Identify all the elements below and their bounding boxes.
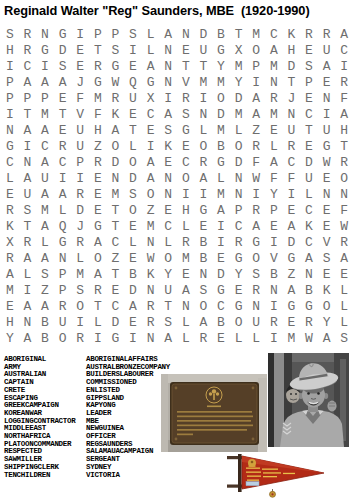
grid-cell-r12c8: O <box>124 202 142 218</box>
grid-cell-r17c16: N <box>265 282 283 298</box>
grid-cell-r20c4: O <box>54 330 72 346</box>
grid-cell-r6c17: N <box>283 106 301 122</box>
grid-cell-r16c18: N <box>300 266 318 282</box>
grid-cell-r13c3: A <box>36 218 54 234</box>
grid-cell-r18c16: I <box>265 298 283 314</box>
grid-cell-r8c12: O <box>195 138 213 154</box>
grid-cell-r15c7: Z <box>107 250 125 266</box>
grid-cell-r12c15: R <box>247 202 265 218</box>
grid-cell-r20c2: A <box>19 330 37 346</box>
grid-cell-r17c15: R <box>247 282 265 298</box>
grid-cell-r15c16: V <box>265 250 283 266</box>
grid-cell-r3c1: I <box>1 58 19 74</box>
grid-cell-r3c20: I <box>335 58 353 74</box>
grid-cell-r14c15: G <box>247 234 265 250</box>
grid-cell-r19c5: I <box>71 314 89 330</box>
grid-cell-r11c8: S <box>124 186 142 202</box>
grid-cell-r10c16: F <box>265 170 283 186</box>
grid-cell-r6c8: E <box>124 106 142 122</box>
grid-cell-r2c10: N <box>159 42 177 58</box>
grid-cell-r7c19: U <box>318 122 336 138</box>
grid-cell-r13c10: C <box>159 218 177 234</box>
grid-cell-r14c12: B <box>195 234 213 250</box>
grid-cell-r14c13: I <box>212 234 230 250</box>
grid-cell-r11c17: I <box>283 186 301 202</box>
grid-cell-r8c16: L <box>265 138 283 154</box>
grid-cell-r4c5: J <box>71 74 89 90</box>
grid-cell-r14c19: V <box>318 234 336 250</box>
grid-cell-r9c10: E <box>159 154 177 170</box>
grid-cell-r19c3: B <box>36 314 54 330</box>
grid-cell-r2c11: E <box>177 42 195 58</box>
grid-cell-r14c4: G <box>54 234 72 250</box>
puzzle-title: Reginald Walter "Reg" Saunders, MBE (192… <box>4 3 310 18</box>
grid-cell-r17c3: Z <box>36 282 54 298</box>
grid-cell-r17c20: L <box>335 282 353 298</box>
stone-wall-left <box>161 374 168 452</box>
grid-cell-r18c10: T <box>159 298 177 314</box>
grid-cell-r10c11: O <box>177 170 195 186</box>
grid-cell-r8c19: G <box>318 138 336 154</box>
military-pennant-photo <box>227 452 330 499</box>
grid-cell-r6c9: C <box>142 106 160 122</box>
grid-cell-r18c11: N <box>177 298 195 314</box>
grid-cell-r9c9: A <box>142 154 160 170</box>
grid-cell-r2c6: T <box>89 42 107 58</box>
grid-cell-r9c8: O <box>124 154 142 170</box>
grid-cell-r15c20: A <box>335 250 353 266</box>
grid-cell-r9c19: W <box>318 154 336 170</box>
grid-cell-r11c1: E <box>1 186 19 202</box>
grid-cell-r2c5: E <box>71 42 89 58</box>
grid-cell-r11c2: U <box>19 186 37 202</box>
reg-saunders-portrait-photo <box>268 353 349 447</box>
grid-cell-r20c15: L <box>247 330 265 346</box>
grid-cell-r9c11: C <box>177 154 195 170</box>
grid-cell-r10c5: I <box>71 170 89 186</box>
grid-cell-r14c14: R <box>230 234 248 250</box>
grid-cell-r19c14: O <box>230 314 248 330</box>
grid-cell-r3c16: M <box>265 58 283 74</box>
grid-cell-r9c17: C <box>283 154 301 170</box>
grid-cell-r11c6: E <box>89 186 107 202</box>
word-list-column-1: ABORIGINALARMYAUSTRALIANCAPTAINCRETEESCA… <box>4 356 75 479</box>
grid-cell-r1c14: T <box>230 26 248 42</box>
grid-cell-r12c3: M <box>36 202 54 218</box>
grid-cell-r1c10: A <box>159 26 177 42</box>
grid-cell-r15c6: O <box>89 250 107 266</box>
grid-cell-r5c1: P <box>1 90 19 106</box>
grid-cell-r10c20: O <box>335 170 353 186</box>
grid-cell-r15c18: A <box>300 250 318 266</box>
grid-cell-r20c13: E <box>212 330 230 346</box>
grid-cell-r11c11: I <box>177 186 195 202</box>
grid-cell-r5c11: R <box>177 90 195 106</box>
grid-cell-r6c12: N <box>195 106 213 122</box>
grid-cell-r14c8: L <box>124 234 142 250</box>
grid-cell-r4c17: T <box>283 74 301 90</box>
grid-cell-r8c3: C <box>36 138 54 154</box>
grid-cell-r9c16: A <box>265 154 283 170</box>
grid-cell-r11c15: I <box>247 186 265 202</box>
grid-cell-r18c9: R <box>142 298 160 314</box>
grid-cell-r5c5: F <box>71 90 89 106</box>
grid-cell-r1c5: I <box>71 26 89 42</box>
grid-cell-r15c2: A <box>19 250 37 266</box>
grid-cell-r1c7: P <box>107 26 125 42</box>
grid-cell-r7c5: U <box>71 122 89 138</box>
grid-cell-r7c15: Z <box>247 122 265 138</box>
grid-cell-r3c9: A <box>142 58 160 74</box>
grid-cell-r11c4: A <box>54 186 72 202</box>
grid-cell-r12c1: R <box>1 202 19 218</box>
grid-cell-r11c12: I <box>195 186 213 202</box>
lintel <box>292 353 334 362</box>
grid-cell-r20c6: I <box>89 330 107 346</box>
grid-cell-r15c8: E <box>124 250 142 266</box>
grid-cell-r3c12: T <box>195 58 213 74</box>
grid-cell-r8c18: E <box>300 138 318 154</box>
grid-cell-r20c8: I <box>124 330 142 346</box>
grid-cell-r13c5: J <box>71 218 89 234</box>
grid-cell-r15c13: E <box>212 250 230 266</box>
grid-cell-r18c14: G <box>230 298 248 314</box>
grid-cell-r2c14: X <box>230 42 248 58</box>
grid-cell-r7c4: E <box>54 122 72 138</box>
grid-cell-r10c8: D <box>124 170 142 186</box>
grid-cell-r14c7: C <box>107 234 125 250</box>
grid-cell-r11c5: R <box>71 186 89 202</box>
grid-cell-r2c19: U <box>318 42 336 58</box>
grid-cell-r17c2: I <box>19 282 37 298</box>
grid-cell-r16c15: S <box>247 266 265 282</box>
grid-cell-r20c1: Y <box>1 330 19 346</box>
grid-cell-r13c13: I <box>212 218 230 234</box>
grid-cell-r20c11: L <box>177 330 195 346</box>
grid-cell-r12c13: A <box>212 202 230 218</box>
grid-cell-r20c3: B <box>36 330 54 346</box>
grid-cell-r1c19: R <box>318 26 336 42</box>
grid-cell-r15c10: O <box>159 250 177 266</box>
grid-cell-r13c17: A <box>283 218 301 234</box>
grid-cell-r16c10: Y <box>159 266 177 282</box>
grid-cell-r5c7: R <box>107 90 125 106</box>
grid-cell-r14c5: R <box>71 234 89 250</box>
pennant-crest-icon <box>248 459 256 467</box>
grid-cell-r15c19: S <box>318 250 336 266</box>
grid-cell-r20c16: I <box>265 330 283 346</box>
grid-cell-r6c3: M <box>36 106 54 122</box>
grid-cell-r18c3: A <box>36 298 54 314</box>
grid-cell-r3c4: S <box>54 58 72 74</box>
grid-cell-r16c12: N <box>195 266 213 282</box>
grid-cell-r14c1: X <box>1 234 19 250</box>
grid-cell-r16c4: P <box>54 266 72 282</box>
grid-cell-r15c11: M <box>177 250 195 266</box>
grid-cell-r7c7: A <box>107 122 125 138</box>
grid-cell-r4c4: A <box>54 74 72 90</box>
grid-cell-r4c3: A <box>36 74 54 90</box>
grid-cell-r1c17: K <box>283 26 301 42</box>
grid-cell-r8c8: L <box>124 138 142 154</box>
grid-cell-r8c10: K <box>159 138 177 154</box>
grid-cell-r1c15: M <box>247 26 265 42</box>
grid-cell-r11c9: O <box>142 186 160 202</box>
grid-cell-r16c20: E <box>335 266 353 282</box>
grid-cell-r4c13: M <box>212 74 230 90</box>
grid-cell-r13c19: E <box>318 218 336 234</box>
grid-cell-r1c8: S <box>124 26 142 42</box>
grid-cell-r11c10: N <box>159 186 177 202</box>
grid-cell-r10c14: N <box>230 170 248 186</box>
grid-cell-r16c8: B <box>124 266 142 282</box>
grid-cell-r3c18: S <box>300 58 318 74</box>
grid-cell-r14c9: N <box>142 234 160 250</box>
grid-cell-r12c5: D <box>71 202 89 218</box>
grid-cell-r19c18: R <box>300 314 318 330</box>
grid-cell-r6c13: D <box>212 106 230 122</box>
grid-cell-r2c4: D <box>54 42 72 58</box>
grid-cell-r15c5: L <box>71 250 89 266</box>
grid-cell-r14c2: R <box>19 234 37 250</box>
grid-cell-r1c11: N <box>177 26 195 42</box>
grid-cell-r18c18: G <box>300 298 318 314</box>
grid-cell-r8c1: G <box>1 138 19 154</box>
grid-cell-r5c2: P <box>19 90 37 106</box>
grid-cell-r1c4: G <box>54 26 72 42</box>
grid-cell-r7c6: H <box>89 122 107 138</box>
grid-cell-r4c6: G <box>89 74 107 90</box>
grid-cell-r4c11: V <box>177 74 195 90</box>
grid-cell-r8c4: R <box>54 138 72 154</box>
grid-cell-r15c14: G <box>230 250 248 266</box>
grid-cell-r2c1: H <box>1 42 19 58</box>
grid-cell-r18c15: N <box>247 298 265 314</box>
grid-cell-r5c8: U <box>124 90 142 106</box>
grid-cell-r19c6: L <box>89 314 107 330</box>
grid-cell-r4c7: W <box>107 74 125 90</box>
grid-cell-r14c17: D <box>283 234 301 250</box>
grid-cell-r19c11: L <box>177 314 195 330</box>
grid-cell-r6c19: I <box>318 106 336 122</box>
grid-cell-r17c14: E <box>230 282 248 298</box>
grid-cell-r19c12: A <box>195 314 213 330</box>
grid-cell-r19c4: U <box>54 314 72 330</box>
grid-cell-r6c5: V <box>71 106 89 122</box>
grid-cell-r10c12: A <box>195 170 213 186</box>
grid-cell-r5c18: E <box>300 90 318 106</box>
grid-cell-r12c19: E <box>318 202 336 218</box>
grid-cell-r7c14: L <box>230 122 248 138</box>
grid-cell-r20c5: R <box>71 330 89 346</box>
grid-cell-r6c4: T <box>54 106 72 122</box>
grid-cell-r11c7: M <box>107 186 125 202</box>
grid-cell-r3c19: A <box>318 58 336 74</box>
word-list-column-2: ABORIGINALAFFAIRSAUSTRALBRONZECOMPANYBUI… <box>86 356 170 479</box>
grid-cell-r13c4: Q <box>54 218 72 234</box>
grid-cell-r20c17: M <box>283 330 301 346</box>
grid-cell-r17c9: N <box>142 282 160 298</box>
grid-cell-r2c9: L <box>142 42 160 58</box>
grid-cell-r4c19: E <box>318 74 336 90</box>
grid-cell-r13c16: E <box>265 218 283 234</box>
grid-cell-r3c13: Y <box>212 58 230 74</box>
grid-cell-r16c17: Z <box>283 266 301 282</box>
grid-cell-r18c7: C <box>107 298 125 314</box>
grid-cell-r17c17: A <box>283 282 301 298</box>
grid-cell-r5c6: M <box>89 90 107 106</box>
grid-cell-r4c16: N <box>265 74 283 90</box>
word-victoria: VICTORIA <box>86 472 170 480</box>
grid-cell-r16c5: M <box>71 266 89 282</box>
grid-cell-r5c10: I <box>159 90 177 106</box>
grid-cell-r4c9: G <box>142 74 160 90</box>
grid-cell-r3c10: N <box>159 58 177 74</box>
grid-cell-r20c10: A <box>159 330 177 346</box>
grid-cell-r13c18: K <box>300 218 318 234</box>
grid-cell-r8c2: I <box>19 138 37 154</box>
grid-cell-r10c19: E <box>318 170 336 186</box>
grid-cell-r16c1: A <box>1 266 19 282</box>
grid-cell-r18c1: E <box>1 298 19 314</box>
grid-cell-r17c12: S <box>195 282 213 298</box>
grid-cell-r13c7: T <box>107 218 125 234</box>
grid-cell-r6c11: S <box>177 106 195 122</box>
grid-cell-r20c12: R <box>195 330 213 346</box>
grid-cell-r20c7: G <box>107 330 125 346</box>
grid-cell-r20c20: S <box>335 330 353 346</box>
grid-cell-r7c12: L <box>195 122 213 138</box>
grid-cell-r19c19: Y <box>318 314 336 330</box>
grid-cell-r12c11: H <box>177 202 195 218</box>
pennant-patch <box>246 482 259 486</box>
grid-cell-r11c19: N <box>318 186 336 202</box>
grid-cell-r5c9: X <box>142 90 160 106</box>
grid-cell-r15c3: A <box>36 250 54 266</box>
grid-cell-r3c11: T <box>177 58 195 74</box>
grid-cell-r10c9: A <box>142 170 160 186</box>
grid-cell-r7c13: M <box>212 122 230 138</box>
grid-cell-r20c18: W <box>300 330 318 346</box>
grid-cell-r13c6: G <box>89 218 107 234</box>
grid-cell-r2c16: A <box>265 42 283 58</box>
grid-cell-r19c10: S <box>159 314 177 330</box>
grid-cell-r1c9: L <box>142 26 160 42</box>
grid-cell-r5c20: F <box>335 90 353 106</box>
grid-cell-r8c6: Z <box>89 138 107 154</box>
grid-cell-r4c2: A <box>19 74 37 90</box>
grid-cell-r7c2: A <box>19 122 37 138</box>
grid-cell-r17c18: B <box>300 282 318 298</box>
grid-cell-r19c1: H <box>1 314 19 330</box>
grid-cell-r9c4: C <box>54 154 72 170</box>
grid-cell-r16c16: B <box>265 266 283 282</box>
grid-cell-r12c7: T <box>107 202 125 218</box>
grid-cell-r11c3: A <box>36 186 54 202</box>
grid-cell-r8c7: O <box>107 138 125 154</box>
grid-cell-r10c2: A <box>19 170 37 186</box>
grid-cell-r14c18: C <box>300 234 318 250</box>
grid-cell-r10c7: N <box>107 170 125 186</box>
grid-cell-r7c20: H <box>335 122 353 138</box>
grid-cell-r4c8: Q <box>124 74 142 90</box>
grid-cell-r11c16: Y <box>265 186 283 202</box>
grid-cell-r17c5: S <box>71 282 89 298</box>
grid-cell-r1c1: S <box>1 26 19 42</box>
grid-cell-r12c18: C <box>300 202 318 218</box>
grid-cell-r18c2: A <box>19 298 37 314</box>
grid-cell-r12c17: E <box>283 202 301 218</box>
grid-cell-r20c9: N <box>142 330 160 346</box>
grid-cell-r13c20: W <box>335 218 353 234</box>
grid-cell-r9c5: P <box>71 154 89 170</box>
grid-cell-r10c6: E <box>89 170 107 186</box>
grid-cell-r1c12: D <box>195 26 213 42</box>
grid-cell-r16c14: Y <box>230 266 248 282</box>
grid-cell-r1c13: B <box>212 26 230 42</box>
grid-cell-r10c1: L <box>1 170 19 186</box>
grid-cell-r5c4: E <box>54 90 72 106</box>
grid-cell-r16c2: L <box>19 266 37 282</box>
grid-cell-r9c13: G <box>212 154 230 170</box>
grid-cell-r1c20: A <box>335 26 353 42</box>
grid-cell-r9c1: C <box>1 154 19 170</box>
grid-cell-r16c3: S <box>36 266 54 282</box>
grid-cell-r19c8: E <box>124 314 142 330</box>
grid-cell-r19c17: E <box>283 314 301 330</box>
grid-cell-r18c13: C <box>212 298 230 314</box>
grid-cell-r9c12: R <box>195 154 213 170</box>
grid-cell-r6c10: A <box>159 106 177 122</box>
grid-cell-r12c9: Z <box>142 202 160 218</box>
grid-cell-r6c2: T <box>19 106 37 122</box>
grid-cell-r15c1: R <box>1 250 19 266</box>
grid-cell-r12c2: S <box>19 202 37 218</box>
grid-cell-r3c8: E <box>124 58 142 74</box>
grid-cell-r19c7: D <box>107 314 125 330</box>
grid-cell-r6c14: M <box>230 106 248 122</box>
grid-cell-r2c8: I <box>124 42 142 58</box>
grid-cell-r8c17: R <box>283 138 301 154</box>
grid-cell-r9c15: F <box>247 154 265 170</box>
grid-cell-r11c13: M <box>212 186 230 202</box>
grid-cell-r4c10: N <box>159 74 177 90</box>
grid-cell-r9c14: D <box>230 154 248 170</box>
grid-cell-r6c6: F <box>89 106 107 122</box>
grid-cell-r2c2: R <box>19 42 37 58</box>
grid-cell-r3c7: G <box>107 58 125 74</box>
grid-cell-r13c1: K <box>1 218 19 234</box>
stone-wall-right <box>258 378 267 452</box>
grid-cell-r3c5: E <box>71 58 89 74</box>
grid-cell-r12c20: F <box>335 202 353 218</box>
grid-cell-r13c12: E <box>195 218 213 234</box>
grid-cell-r16c9: K <box>142 266 160 282</box>
grid-cell-r13c11: L <box>177 218 195 234</box>
grid-cell-r17c19: K <box>318 282 336 298</box>
grid-cell-r11c14: N <box>230 186 248 202</box>
grid-cell-r8c9: I <box>142 138 160 154</box>
grid-cell-r15c17: G <box>283 250 301 266</box>
grid-cell-r1c18: R <box>300 26 318 42</box>
grid-cell-r18c17: G <box>283 298 301 314</box>
grid-cell-r15c4: N <box>54 250 72 266</box>
grid-cell-r18c19: O <box>318 298 336 314</box>
grid-cell-r8c15: R <box>247 138 265 154</box>
grid-cell-r16c6: A <box>89 266 107 282</box>
grid-cell-r16c19: E <box>318 266 336 282</box>
stone-wall-top <box>161 374 267 383</box>
